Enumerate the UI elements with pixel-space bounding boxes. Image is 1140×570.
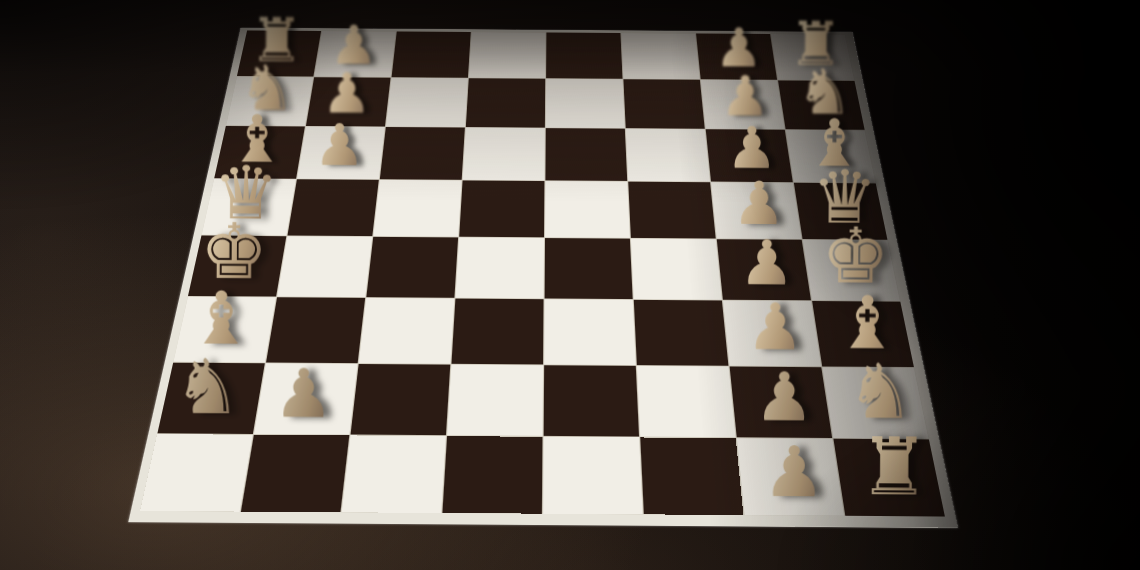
square-f6 (634, 300, 729, 366)
black-pawn-d7: ♟ (732, 173, 786, 233)
black-pawn-g7: ♟ (753, 362, 814, 429)
square-b3 (386, 78, 468, 127)
square-g4 (447, 365, 543, 436)
square-e4 (455, 237, 544, 298)
square-h7: ♟ (737, 438, 844, 516)
square-e3 (366, 237, 458, 298)
square-f3 (359, 298, 455, 364)
white-knight-g1: ♞ (173, 349, 242, 425)
square-g5 (544, 365, 639, 436)
square-g7: ♟ (730, 367, 833, 438)
square-h8: ♜ (833, 439, 944, 517)
square-d3 (373, 180, 461, 237)
black-knight-g8: ♞ (845, 354, 914, 430)
white-pawn-g2: ♟ (273, 359, 334, 426)
white-pawn-c2: ♟ (313, 115, 365, 173)
square-d6 (628, 182, 715, 239)
square-h4 (442, 436, 542, 514)
photo-chessboard-scene: ♜♟♟♜♞♟♟♞♝♟♟♝♛♟♛♚♟♚♝♟♝♞♟♟♞♟♜ (0, 0, 1140, 570)
square-c6 (626, 129, 710, 182)
square-h5 (543, 437, 643, 515)
perspective-container: ♜♟♟♜♞♟♟♞♝♟♟♝♛♟♛♚♟♚♝♟♝♞♟♟♞♟♜ (0, 0, 1140, 570)
square-e6 (631, 239, 722, 300)
square-d4 (459, 181, 544, 238)
square-e2 (277, 236, 372, 297)
square-f5 (544, 299, 636, 365)
square-b5 (546, 79, 625, 128)
square-a3 (392, 31, 471, 77)
square-c4 (463, 128, 545, 181)
square-a5 (546, 33, 622, 79)
square-c5 (545, 128, 627, 181)
square-h2 (241, 435, 349, 512)
square-g3 (351, 364, 451, 435)
black-pawn-f7: ♟ (746, 294, 804, 359)
square-d2 (287, 179, 378, 236)
square-g1: ♞ (157, 363, 264, 434)
square-g2: ♟ (254, 363, 358, 434)
black-pawn-h7: ♟ (762, 436, 825, 506)
square-d5 (545, 181, 630, 238)
black-rook-h8: ♜ (858, 428, 930, 508)
square-b6 (623, 79, 704, 128)
chess-board: ♜♟♟♜♞♟♟♞♝♟♟♝♛♟♛♚♟♚♝♟♝♞♟♟♞♟♜ (128, 28, 958, 528)
square-e5 (545, 238, 633, 299)
board-grid: ♜♟♟♜♞♟♟♞♝♟♟♝♛♟♛♚♟♚♝♟♝♞♟♟♞♟♜ (140, 30, 945, 516)
square-b4 (466, 78, 545, 127)
square-a4 (469, 32, 546, 78)
square-h6 (640, 437, 743, 515)
square-h3 (342, 435, 446, 512)
black-pawn-e7: ♟ (738, 231, 794, 293)
square-h1 (140, 434, 253, 511)
square-c2: ♟ (297, 126, 385, 179)
square-g6 (637, 366, 736, 437)
square-c3 (380, 127, 465, 180)
square-a6 (621, 33, 700, 79)
square-f4 (451, 299, 543, 365)
